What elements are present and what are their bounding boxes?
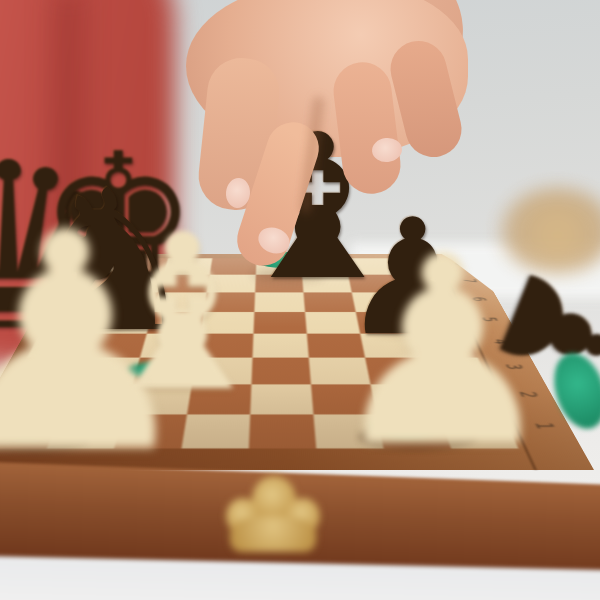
chess-photo-scene: 8 7 6 5 4 3 2 1 ♟ ♛ ♚ ♞ ♟ ♝ ♝	[0, 0, 600, 600]
clasp-base	[230, 516, 316, 552]
brass-clasp-icon	[224, 476, 320, 568]
white-pawn-a[interactable]: ♟	[0, 194, 200, 494]
white-pawn-f[interactable]: ♟	[326, 222, 559, 482]
